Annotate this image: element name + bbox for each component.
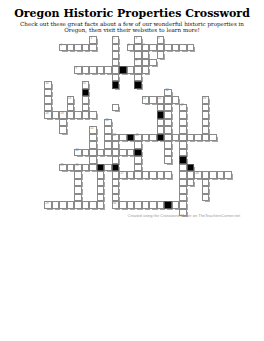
grid-cell[interactable]: 10 [44,81,52,89]
grid-cell[interactable] [127,66,135,74]
grid-cell[interactable] [209,134,217,142]
grid-cell[interactable] [97,186,105,194]
grid-cell[interactable] [172,44,180,52]
grid-cell[interactable] [187,44,195,52]
grid-cell[interactable] [112,74,120,82]
grid-cell[interactable] [202,134,210,142]
grid-cell[interactable] [179,119,187,127]
grid-cell[interactable] [112,171,120,179]
grid-cell[interactable] [89,149,97,157]
grid-cell[interactable] [44,89,52,97]
grid-cell[interactable] [112,66,120,74]
grid-cell[interactable] [134,74,142,82]
black-cell [187,164,195,172]
grid-cell[interactable] [104,126,112,134]
black-cell [179,156,187,164]
grid-cell[interactable] [67,201,75,209]
grid-cell[interactable] [44,96,52,104]
grid-cell[interactable] [112,149,120,157]
grid-cell[interactable] [164,104,172,112]
clue-number: 11 [83,82,86,85]
grid-cell[interactable]: 26 [74,164,82,172]
grid-cell[interactable] [187,171,195,179]
grid-cell[interactable] [127,171,135,179]
grid-cell[interactable] [112,156,120,164]
black-cell [82,89,90,97]
grid-cell[interactable] [119,134,127,142]
grid-cell[interactable]: 2 [112,36,120,44]
grid-cell[interactable] [157,44,165,52]
grid-cell[interactable] [74,179,82,187]
grid-cell[interactable] [164,156,172,164]
grid-cell[interactable] [82,96,90,104]
grid-cell[interactable] [157,201,165,209]
black-cell [119,66,127,74]
page-subtitle: Check out these great facts about a few … [14,21,250,34]
clue-number: 29 [45,202,48,205]
grid-cell[interactable] [67,111,75,119]
grid-cell[interactable] [179,134,187,142]
grid-cell[interactable] [97,171,105,179]
grid-cell[interactable]: 19 [59,111,67,119]
grid-cell[interactable] [164,134,172,142]
grid-cell[interactable] [157,51,165,59]
clue-number: 4 [158,37,160,40]
grid-cell[interactable] [157,171,165,179]
grid-cell[interactable] [179,164,187,172]
grid-cell[interactable]: 12 [164,89,172,97]
grid-cell[interactable] [112,179,120,187]
clue-number: 30 [113,202,116,205]
footer-credit: Created using the Crossword Maker on The… [0,213,240,218]
clue-number: 5 [60,44,62,47]
grid-cell[interactable] [179,126,187,134]
grid-cell[interactable] [119,201,127,209]
grid-cell[interactable] [67,164,75,172]
clue-number: 14 [143,97,146,100]
grid-cell[interactable] [179,171,187,179]
grid-cell[interactable] [44,104,52,112]
grid-cell[interactable] [149,171,157,179]
grid-cell[interactable] [112,186,120,194]
grid-cell[interactable] [164,119,172,127]
grid-cell[interactable] [112,44,120,52]
black-cell [112,164,120,172]
grid-cell[interactable] [74,201,82,209]
grid-cell[interactable]: 5 [59,44,67,52]
grid-cell[interactable] [89,44,97,52]
grid-cell[interactable] [104,164,112,172]
grid-cell[interactable] [164,111,172,119]
grid-cell[interactable] [82,201,90,209]
grid-cell[interactable] [119,149,127,157]
grid-cell[interactable] [127,201,135,209]
grid-cell[interactable] [97,66,105,74]
grid-cell[interactable] [202,179,210,187]
grid-cell[interactable] [194,134,202,142]
grid-cell[interactable] [179,141,187,149]
grid-cell[interactable]: 14 [142,96,150,104]
grid-cell[interactable] [97,179,105,187]
black-cell [157,134,165,142]
clue-number: 18 [45,112,48,115]
grid-cell[interactable] [104,134,112,142]
grid-cell[interactable]: 30 [112,201,120,209]
grid-cell[interactable] [172,134,180,142]
clue-number: 3 [135,37,137,40]
clue-number: 21 [90,127,93,130]
grid-cell[interactable] [97,194,105,202]
grid-cell[interactable] [142,59,150,67]
grid-cell[interactable] [202,119,210,127]
grid-cell[interactable] [187,179,195,187]
grid-cell[interactable] [97,149,105,157]
grid-cell[interactable] [202,111,210,119]
clue-number: 10 [45,82,48,85]
clue-number: 9 [75,67,77,70]
grid-cell[interactable] [89,66,97,74]
grid-cell[interactable] [179,44,187,52]
black-cell [157,111,165,119]
grid-cell[interactable]: 3 [134,36,142,44]
grid-cell[interactable] [82,104,90,112]
grid-cell[interactable] [179,149,187,157]
clue-number: 2 [113,37,115,40]
grid-cell[interactable] [82,66,90,74]
grid-cell[interactable] [112,141,120,149]
grid-cell[interactable] [202,104,210,112]
grid-cell[interactable] [179,194,187,202]
black-cell [134,149,142,157]
grid-cell[interactable] [82,149,90,157]
grid-cell[interactable]: 22 [112,134,120,142]
clue-number: 15 [158,97,161,100]
grid-cell[interactable] [89,164,97,172]
grid-cell[interactable] [134,156,142,164]
grid-cell[interactable]: 4 [157,36,165,44]
grid-cell[interactable] [82,44,90,52]
grid-cell[interactable] [112,194,120,202]
grid-cell[interactable] [134,66,142,74]
clue-number: 19 [60,112,63,115]
grid-cell[interactable] [74,186,82,194]
grid-cell[interactable] [164,149,172,157]
grid-cell[interactable] [149,44,157,52]
grid-cell[interactable] [74,44,82,52]
grid-cell[interactable] [82,164,90,172]
clue-number: 23 [135,134,138,137]
grid-cell[interactable] [202,171,210,179]
grid-cell[interactable] [82,111,90,119]
grid-cell[interactable] [104,141,112,149]
grid-cell[interactable] [52,111,60,119]
grid-cell[interactable] [134,44,142,52]
black-cell [112,81,120,89]
grid-cell[interactable] [104,66,112,74]
clue-number: 28 [195,172,198,175]
grid-cell[interactable] [202,186,210,194]
grid-cell[interactable] [172,96,180,104]
black-cell [134,81,142,89]
grid-cell[interactable]: 23 [134,134,142,142]
grid-cell[interactable] [157,104,165,112]
grid-cell[interactable] [164,96,172,104]
grid-cell[interactable] [179,111,187,119]
grid-cell[interactable] [142,171,150,179]
grid-cell[interactable] [164,126,172,134]
grid-cell[interactable] [209,171,217,179]
grid-cell[interactable] [97,201,105,209]
grid-cell[interactable] [112,104,120,112]
grid-cell[interactable] [52,201,60,209]
grid-cell[interactable] [164,44,172,52]
grid-cell[interactable]: 25 [59,164,67,172]
grid-cell[interactable] [59,201,67,209]
grid-cell[interactable] [134,201,142,209]
grid-cell[interactable] [89,141,97,149]
grid-cell[interactable]: 21 [89,126,97,134]
grid-cell[interactable]: 8 [134,59,142,67]
grid-cell[interactable] [179,186,187,194]
grid-cell[interactable] [134,141,142,149]
grid-cell[interactable]: 11 [82,81,90,89]
grid-cell[interactable]: 7 [142,44,150,52]
clue-number: 12 [165,89,168,92]
grid-cell[interactable] [134,171,142,179]
clue-number: 20 [105,119,108,122]
clue-number: 27 [120,172,123,175]
grid-cell[interactable] [67,104,75,112]
grid-cell[interactable]: 28 [194,171,202,179]
grid-cell[interactable]: 17 [179,104,187,112]
grid-cell[interactable] [74,194,82,202]
grid-cell[interactable] [89,134,97,142]
clue-number: 17 [180,104,183,107]
clue-number: 25 [60,164,63,167]
grid-cell[interactable] [89,111,97,119]
grid-cell[interactable]: 20 [104,119,112,127]
grid-cell[interactable] [134,164,142,172]
grid-cell[interactable] [59,119,67,127]
grid-cell[interactable] [104,149,112,157]
grid-cell[interactable] [112,59,120,67]
clue-number: 6 [128,44,130,47]
grid-cell[interactable] [224,171,232,179]
grid-cell[interactable] [164,171,172,179]
grid-cell[interactable]: 15 [157,96,165,104]
grid-cell[interactable] [74,171,82,179]
grid-cell[interactable] [202,126,210,134]
clue-number: 7 [143,44,145,47]
grid-cell[interactable]: 18 [44,111,52,119]
grid-cell[interactable]: 24 [74,149,82,157]
page-title: Oregon Historic Properties Crossword [0,7,264,20]
grid-cell[interactable] [74,111,82,119]
clue-number: 1 [90,37,92,40]
grid-cell[interactable] [179,179,187,187]
grid-cell[interactable]: 27 [119,171,127,179]
clue-number: 22 [113,134,116,137]
black-cell [97,164,105,172]
clue-number: 26 [75,164,78,167]
grid-cell[interactable] [172,201,180,209]
grid-cell[interactable]: 16 [202,96,210,104]
grid-cell[interactable] [142,201,150,209]
crossword-grid: 1234567891011121314151617181920212223242… [44,36,232,216]
grid-cell[interactable] [149,59,157,67]
grid-cell[interactable] [149,134,157,142]
grid-cell[interactable]: 29 [44,201,52,209]
clue-number: 13 [68,97,71,100]
grid-cell[interactable] [149,201,157,209]
grid-cell[interactable] [187,134,195,142]
grid-cell[interactable] [127,149,135,157]
grid-cell[interactable] [142,51,150,59]
grid-cell[interactable] [217,171,225,179]
grid-cell[interactable]: 9 [74,66,82,74]
clue-number: 8 [135,59,137,62]
black-cell [164,201,172,209]
grid-cell[interactable] [157,126,165,134]
grid-cell[interactable] [112,51,120,59]
clue-number: 24 [75,149,78,152]
grid-cell[interactable] [142,134,150,142]
grid-cell[interactable] [202,194,210,202]
grid-cell[interactable] [149,96,157,104]
clue-number: 16 [203,97,206,100]
grid-cell[interactable]: 1 [89,36,97,44]
grid-cell[interactable] [164,141,172,149]
grid-cell[interactable] [67,44,75,52]
grid-cell[interactable] [179,201,187,209]
grid-cell[interactable] [59,126,67,134]
black-cell [127,134,135,142]
grid-cell[interactable] [89,156,97,164]
grid-cell[interactable]: 13 [67,96,75,104]
grid-cell[interactable] [157,119,165,127]
grid-cell[interactable] [142,66,150,74]
grid-cell[interactable]: 6 [127,44,135,52]
grid-cell[interactable] [89,201,97,209]
